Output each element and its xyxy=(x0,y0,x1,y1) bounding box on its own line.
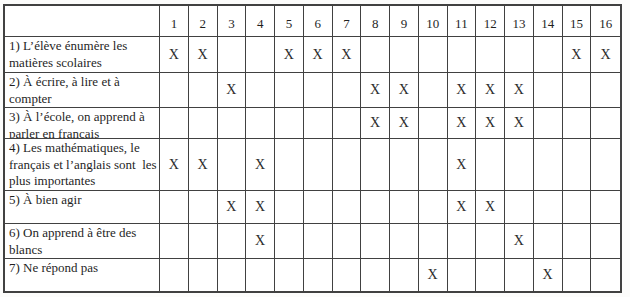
mark-cell-empty xyxy=(304,191,333,224)
mark-cell-x: X xyxy=(189,139,218,191)
mark-cell-x: X xyxy=(448,139,477,191)
row-label-cell: 5) À bien agir xyxy=(5,191,160,224)
mark-cell-empty xyxy=(476,139,505,191)
mark-cell-empty xyxy=(563,191,592,224)
mark-cell-empty xyxy=(160,108,189,139)
mark-cell-empty xyxy=(591,108,620,139)
mark-cell-x: X xyxy=(246,224,275,259)
mark-cell-empty xyxy=(275,259,304,291)
mark-cell-x: X xyxy=(476,191,505,224)
mark-cell-x: X xyxy=(361,73,390,108)
scanned-page: 123456789101112131415161) L’élève énumèr… xyxy=(0,0,630,297)
mark-cell-empty xyxy=(333,108,362,139)
row-label-cell: 6) On apprend à être des blancs xyxy=(5,224,160,259)
mark-cell-empty xyxy=(419,224,448,259)
column-header-cell: 4 xyxy=(246,6,275,37)
column-header-cell: 15 xyxy=(563,6,592,37)
mark-cell-empty xyxy=(218,259,247,291)
mark-cell-x: X xyxy=(476,73,505,108)
mark-cell-empty xyxy=(390,191,419,224)
mark-cell-empty xyxy=(505,191,534,224)
mark-cell-empty xyxy=(390,259,419,291)
column-header-cell: 14 xyxy=(534,6,563,37)
column-header-cell: 2 xyxy=(189,6,218,37)
mark-cell-empty xyxy=(476,224,505,259)
mark-cell-empty xyxy=(246,108,275,139)
mark-cell-x: X xyxy=(275,37,304,73)
mark-cell-empty xyxy=(333,191,362,224)
mark-cell-empty xyxy=(361,37,390,73)
mark-cell-empty xyxy=(390,37,419,73)
response-tally-table: 123456789101112131415161) L’élève énumèr… xyxy=(3,4,622,293)
mark-cell-empty xyxy=(534,108,563,139)
row-label-cell: 3) À l’école, on apprend à parler en fra… xyxy=(5,108,160,139)
mark-cell-x: X xyxy=(448,191,477,224)
mark-cell-empty xyxy=(591,73,620,108)
mark-cell-empty xyxy=(275,73,304,108)
mark-cell-x: X xyxy=(304,37,333,73)
column-header-cell: 5 xyxy=(275,6,304,37)
mark-cell-x: X xyxy=(390,73,419,108)
mark-cell-empty xyxy=(534,37,563,73)
mark-cell-empty xyxy=(246,259,275,291)
mark-cell-empty xyxy=(591,224,620,259)
mark-cell-empty xyxy=(563,259,592,291)
mark-cell-x: X xyxy=(448,108,477,139)
mark-cell-empty xyxy=(591,191,620,224)
mark-cell-empty xyxy=(275,224,304,259)
mark-cell-empty xyxy=(419,139,448,191)
mark-cell-x: X xyxy=(563,37,592,73)
mark-cell-empty xyxy=(189,108,218,139)
mark-cell-empty xyxy=(563,139,592,191)
mark-cell-x: X xyxy=(591,37,620,73)
row-label-cell: 7) Ne répond pas xyxy=(5,259,160,291)
mark-cell-empty xyxy=(275,108,304,139)
mark-cell-empty xyxy=(448,259,477,291)
mark-cell-empty xyxy=(160,259,189,291)
mark-cell-empty xyxy=(361,139,390,191)
column-header-cell: 10 xyxy=(419,6,448,37)
mark-cell-x: X xyxy=(160,37,189,73)
mark-cell-empty xyxy=(390,224,419,259)
mark-cell-empty xyxy=(218,37,247,73)
row-label-cell: 2) À écrire, à lire et à compter xyxy=(5,73,160,108)
column-header-cell: 6 xyxy=(304,6,333,37)
mark-cell-empty xyxy=(160,191,189,224)
mark-cell-x: X xyxy=(390,108,419,139)
mark-cell-x: X xyxy=(189,37,218,73)
row-label-cell: 1) L’élève énumère les matières scolaire… xyxy=(5,37,160,73)
mark-cell-empty xyxy=(419,108,448,139)
mark-cell-empty xyxy=(189,191,218,224)
mark-cell-x: X xyxy=(333,37,362,73)
mark-cell-empty xyxy=(304,139,333,191)
mark-cell-empty xyxy=(419,73,448,108)
mark-cell-x: X xyxy=(160,139,189,191)
column-header-cell: 9 xyxy=(390,6,419,37)
mark-cell-empty xyxy=(534,224,563,259)
mark-cell-empty xyxy=(534,139,563,191)
mark-cell-empty xyxy=(419,191,448,224)
mark-cell-empty xyxy=(333,224,362,259)
mark-cell-empty xyxy=(591,259,620,291)
mark-cell-x: X xyxy=(476,108,505,139)
mark-cell-empty xyxy=(246,37,275,73)
column-header-cell: 7 xyxy=(333,6,362,37)
mark-cell-x: X xyxy=(246,139,275,191)
mark-cell-empty xyxy=(534,191,563,224)
mark-cell-empty xyxy=(534,73,563,108)
column-header-cell: 8 xyxy=(361,6,390,37)
mark-cell-empty xyxy=(218,139,247,191)
mark-cell-empty xyxy=(390,139,419,191)
mark-cell-empty xyxy=(218,224,247,259)
mark-cell-empty xyxy=(189,224,218,259)
mark-cell-empty xyxy=(275,191,304,224)
corner-cell xyxy=(5,6,160,37)
mark-cell-empty xyxy=(591,139,620,191)
mark-cell-x: X xyxy=(246,191,275,224)
mark-cell-empty xyxy=(304,73,333,108)
mark-cell-empty xyxy=(419,37,448,73)
mark-cell-empty xyxy=(246,73,275,108)
mark-cell-x: X xyxy=(448,73,477,108)
mark-cell-empty xyxy=(448,224,477,259)
mark-cell-empty xyxy=(476,259,505,291)
mark-cell-x: X xyxy=(505,224,534,259)
mark-cell-empty xyxy=(304,224,333,259)
mark-cell-empty xyxy=(304,259,333,291)
mark-cell-empty xyxy=(361,191,390,224)
mark-cell-empty xyxy=(189,259,218,291)
mark-cell-empty xyxy=(160,73,189,108)
column-header-cell: 16 xyxy=(591,6,620,37)
mark-cell-empty xyxy=(505,139,534,191)
mark-cell-empty xyxy=(361,259,390,291)
row-label-cell: 4) Les mathématiques, le français et l’a… xyxy=(5,139,160,191)
mark-cell-empty xyxy=(333,139,362,191)
column-header-cell: 13 xyxy=(505,6,534,37)
mark-cell-empty xyxy=(361,224,390,259)
mark-cell-x: X xyxy=(361,108,390,139)
mark-cell-empty xyxy=(563,73,592,108)
mark-cell-empty xyxy=(476,37,505,73)
mark-cell-empty xyxy=(333,73,362,108)
mark-cell-empty xyxy=(218,108,247,139)
mark-cell-empty xyxy=(304,108,333,139)
column-header-cell: 11 xyxy=(448,6,477,37)
mark-cell-empty xyxy=(189,73,218,108)
mark-cell-empty xyxy=(448,37,477,73)
column-header-cell: 1 xyxy=(160,6,189,37)
mark-cell-empty xyxy=(160,224,189,259)
mark-cell-empty xyxy=(505,259,534,291)
mark-cell-empty xyxy=(275,139,304,191)
mark-cell-empty xyxy=(505,37,534,73)
mark-cell-x: X xyxy=(534,259,563,291)
mark-cell-x: X xyxy=(218,191,247,224)
mark-cell-x: X xyxy=(505,73,534,108)
mark-cell-x: X xyxy=(419,259,448,291)
mark-cell-x: X xyxy=(505,108,534,139)
column-header-cell: 12 xyxy=(476,6,505,37)
mark-cell-empty xyxy=(333,259,362,291)
mark-cell-empty xyxy=(563,224,592,259)
mark-cell-x: X xyxy=(218,73,247,108)
column-header-cell: 3 xyxy=(218,6,247,37)
mark-cell-empty xyxy=(563,108,592,139)
